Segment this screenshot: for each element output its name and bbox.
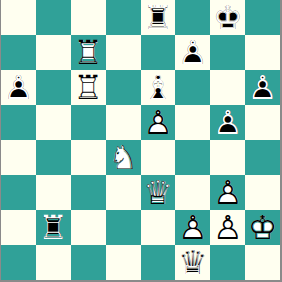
square-g6[interactable] — [210, 70, 245, 105]
square-a8[interactable] — [1, 0, 36, 35]
square-d7[interactable] — [106, 35, 141, 70]
square-d3[interactable] — [106, 175, 141, 210]
square-h7[interactable] — [245, 35, 280, 70]
white-rook-silhouette: ♜ — [71, 35, 106, 70]
black-pawn-silhouette: ♟ — [1, 70, 36, 105]
square-h3[interactable] — [245, 175, 280, 210]
square-b4[interactable] — [36, 140, 71, 175]
square-a6[interactable]: ♟♙ — [1, 70, 36, 105]
square-f7[interactable]: ♟♙ — [175, 35, 210, 70]
white-pawn-silhouette: ♟ — [141, 105, 176, 140]
square-h2[interactable]: ♚♔ — [245, 210, 280, 245]
white-pawn-silhouette: ♟ — [210, 210, 245, 245]
black-queen: ♛♕ — [175, 245, 210, 280]
black-pawn-detail: ♙ — [1, 70, 36, 105]
square-d8[interactable] — [106, 0, 141, 35]
square-c7[interactable]: ♜♖ — [71, 35, 106, 70]
square-f8[interactable] — [175, 0, 210, 35]
square-c2[interactable] — [71, 210, 106, 245]
white-pawn-silhouette: ♟ — [210, 175, 245, 210]
white-pawn-detail: ♙ — [141, 105, 176, 140]
square-e5[interactable]: ♟♙ — [141, 105, 176, 140]
black-pawn-silhouette: ♟ — [175, 35, 210, 70]
white-queen-silhouette: ♛ — [141, 175, 176, 210]
square-f6[interactable] — [175, 70, 210, 105]
black-rook: ♜♖ — [141, 0, 176, 35]
white-knight: ♞♘ — [106, 140, 141, 175]
black-bishop-detail: ♗ — [141, 70, 176, 105]
square-a3[interactable] — [1, 175, 36, 210]
black-pawn-silhouette: ♟ — [245, 70, 280, 105]
white-knight-detail: ♘ — [106, 140, 141, 175]
white-rook-detail: ♖ — [71, 35, 106, 70]
white-pawn: ♟♙ — [210, 210, 245, 245]
square-e4[interactable] — [141, 140, 176, 175]
black-pawn-detail: ♙ — [245, 70, 280, 105]
square-b8[interactable] — [36, 0, 71, 35]
square-g4[interactable] — [210, 140, 245, 175]
square-e2[interactable] — [141, 210, 176, 245]
white-rook: ♜♖ — [71, 70, 106, 105]
white-pawn-detail: ♙ — [210, 210, 245, 245]
square-b2[interactable]: ♜♖ — [36, 210, 71, 245]
square-d4[interactable]: ♞♘ — [106, 140, 141, 175]
square-g8[interactable]: ♚♔ — [210, 0, 245, 35]
white-king: ♚♔ — [245, 210, 280, 245]
black-rook-detail: ♖ — [141, 0, 176, 35]
square-e6[interactable]: ♝♗ — [141, 70, 176, 105]
square-e7[interactable] — [141, 35, 176, 70]
white-rook-detail: ♖ — [71, 70, 106, 105]
white-knight-silhouette: ♞ — [106, 140, 141, 175]
black-bishop-silhouette: ♝ — [141, 70, 176, 105]
white-queen: ♛♕ — [141, 175, 176, 210]
white-pawn-detail: ♙ — [210, 175, 245, 210]
square-b6[interactable] — [36, 70, 71, 105]
square-e1[interactable] — [141, 245, 176, 280]
square-c1[interactable] — [71, 245, 106, 280]
chess-board: ♜♖♚♔♜♖♟♙♟♙♜♖♝♗♟♙♟♙♟♙♞♘♛♕♟♙♜♖♟♙♟♙♚♔♛♕ — [0, 0, 282, 282]
black-bishop: ♝♗ — [141, 70, 176, 105]
white-pawn-silhouette: ♟ — [175, 210, 210, 245]
black-rook-silhouette: ♜ — [141, 0, 176, 35]
square-f1[interactable]: ♛♕ — [175, 245, 210, 280]
white-pawn-detail: ♙ — [175, 210, 210, 245]
square-f2[interactable]: ♟♙ — [175, 210, 210, 245]
black-pawn: ♟♙ — [210, 105, 245, 140]
white-king-silhouette: ♚ — [245, 210, 280, 245]
square-g5[interactable]: ♟♙ — [210, 105, 245, 140]
white-king-detail: ♔ — [245, 210, 280, 245]
square-h6[interactable]: ♟♙ — [245, 70, 280, 105]
square-a1[interactable] — [1, 245, 36, 280]
square-c5[interactable] — [71, 105, 106, 140]
square-d2[interactable] — [106, 210, 141, 245]
square-a2[interactable] — [1, 210, 36, 245]
square-b1[interactable] — [36, 245, 71, 280]
square-c6[interactable]: ♜♖ — [71, 70, 106, 105]
black-queen-silhouette: ♛ — [175, 245, 210, 280]
square-d1[interactable] — [106, 245, 141, 280]
black-queen-detail: ♕ — [175, 245, 210, 280]
square-a5[interactable] — [1, 105, 36, 140]
black-pawn: ♟♙ — [1, 70, 36, 105]
square-f3[interactable] — [175, 175, 210, 210]
white-pawn: ♟♙ — [175, 210, 210, 245]
square-c3[interactable] — [71, 175, 106, 210]
square-d5[interactable] — [106, 105, 141, 140]
black-rook-silhouette: ♜ — [36, 210, 71, 245]
square-e3[interactable]: ♛♕ — [141, 175, 176, 210]
square-e8[interactable]: ♜♖ — [141, 0, 176, 35]
white-queen-detail: ♕ — [141, 175, 176, 210]
white-rook: ♜♖ — [71, 35, 106, 70]
square-h1[interactable] — [245, 245, 280, 280]
square-d6[interactable] — [106, 70, 141, 105]
black-king: ♚♔ — [210, 0, 245, 35]
black-pawn: ♟♙ — [175, 35, 210, 70]
white-pawn: ♟♙ — [210, 175, 245, 210]
square-h4[interactable] — [245, 140, 280, 175]
black-pawn: ♟♙ — [245, 70, 280, 105]
square-f5[interactable] — [175, 105, 210, 140]
black-pawn-detail: ♙ — [210, 105, 245, 140]
square-b3[interactable] — [36, 175, 71, 210]
square-a4[interactable] — [1, 140, 36, 175]
black-pawn-detail: ♙ — [175, 35, 210, 70]
square-g7[interactable] — [210, 35, 245, 70]
white-pawn: ♟♙ — [141, 105, 176, 140]
square-c8[interactable] — [71, 0, 106, 35]
square-c4[interactable] — [71, 140, 106, 175]
black-pawn-silhouette: ♟ — [210, 105, 245, 140]
square-f4[interactable] — [175, 140, 210, 175]
square-a7[interactable] — [1, 35, 36, 70]
square-g3[interactable]: ♟♙ — [210, 175, 245, 210]
black-king-detail: ♔ — [210, 0, 245, 35]
black-king-silhouette: ♚ — [210, 0, 245, 35]
white-rook-silhouette: ♜ — [71, 70, 106, 105]
square-b5[interactable] — [36, 105, 71, 140]
square-h5[interactable] — [245, 105, 280, 140]
square-h8[interactable] — [245, 0, 280, 35]
black-rook-detail: ♖ — [36, 210, 71, 245]
square-b7[interactable] — [36, 35, 71, 70]
square-g1[interactable] — [210, 245, 245, 280]
black-rook: ♜♖ — [36, 210, 71, 245]
square-g2[interactable]: ♟♙ — [210, 210, 245, 245]
